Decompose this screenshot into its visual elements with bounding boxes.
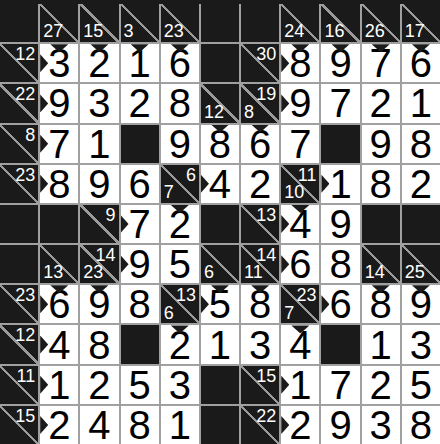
value-cell[interactable]: 8	[402, 406, 440, 444]
across-clue-label: 15	[256, 367, 276, 386]
clue-cell: 23	[161, 4, 199, 42]
value-cell[interactable]: 6	[321, 285, 359, 323]
down-clue-label: 26	[365, 22, 385, 41]
right-arrow-icon	[121, 215, 129, 233]
cell-digit: 1	[209, 326, 231, 364]
cell-digit: 5	[129, 366, 151, 404]
cell-digit: 3	[169, 366, 191, 404]
down-clue-label: 6	[164, 304, 174, 323]
value-cell[interactable]: 9	[402, 285, 440, 323]
cell-digit: 8	[410, 406, 432, 444]
clue-cell: 23	[0, 165, 38, 203]
value-cell[interactable]: 8	[161, 84, 199, 122]
value-cell[interactable]: 4	[80, 406, 118, 444]
value-cell[interactable]: 9	[121, 245, 159, 283]
value-cell[interactable]: 6	[161, 44, 199, 82]
cell-digit: 3	[410, 326, 432, 364]
black-cell	[201, 366, 239, 404]
right-arrow-icon	[40, 416, 48, 434]
cell-digit: 4	[48, 326, 70, 364]
clue-cell: 1411	[241, 245, 279, 283]
clue-cell: 1423	[80, 245, 118, 283]
cell-digit: 2	[88, 366, 110, 404]
cell-digit: 3	[249, 326, 271, 364]
cell-digit: 7	[48, 125, 70, 163]
right-arrow-icon	[40, 336, 48, 354]
right-arrow-icon	[281, 54, 289, 72]
value-cell[interactable]: 2	[362, 366, 400, 404]
cell-digit: 2	[370, 84, 392, 122]
cell-digit: 2	[370, 366, 392, 404]
cell-digit: 8	[129, 285, 151, 323]
value-cell[interactable]: 9	[80, 285, 118, 323]
black-cell	[0, 4, 38, 42]
down-clue-label: 7	[164, 183, 174, 202]
value-cell[interactable]: 9	[321, 205, 359, 243]
value-cell[interactable]: 2	[80, 44, 118, 82]
right-arrow-icon	[281, 94, 289, 112]
across-clue-label: 13	[256, 206, 276, 225]
down-clue-label: 11	[244, 263, 263, 282]
kakuro-puzzle: 2715323241626171232163089762293281219897…	[0, 0, 440, 444]
cell-digit: 8	[410, 125, 432, 163]
value-cell[interactable]: 2	[121, 84, 159, 122]
cell-digit: 6	[289, 245, 311, 283]
value-cell[interactable]: 1	[121, 44, 159, 82]
value-cell[interactable]: 3	[402, 325, 440, 363]
value-cell[interactable]: 2	[362, 84, 400, 122]
across-clue-label: 12	[15, 326, 35, 345]
across-clue-label: 23	[15, 286, 35, 305]
down-clue-label: 6	[204, 263, 214, 282]
clue-cell: 22	[241, 406, 279, 444]
black-cell	[121, 125, 159, 163]
value-cell[interactable]: 8	[321, 245, 359, 283]
black-cell	[121, 325, 159, 363]
black-cell	[0, 205, 38, 243]
value-cell[interactable]: 1	[402, 84, 440, 122]
cell-digit: 1	[410, 84, 432, 122]
black-cell	[321, 325, 359, 363]
down-clue-label: 23	[83, 263, 103, 282]
value-cell[interactable]: 1	[281, 366, 319, 404]
value-cell[interactable]: 5	[201, 285, 239, 323]
right-arrow-icon	[40, 94, 48, 112]
value-cell[interactable]: 4	[281, 205, 319, 243]
clue-cell: 13	[241, 205, 279, 243]
cell-digit: 9	[329, 406, 351, 444]
clue-cell: 15	[0, 406, 38, 444]
right-arrow-icon	[40, 376, 48, 394]
across-clue-label: 23	[296, 286, 316, 305]
black-cell	[40, 205, 78, 243]
cell-digit: 6	[329, 285, 351, 323]
down-clue-label: 12	[204, 103, 224, 122]
value-cell[interactable]: 8	[241, 285, 279, 323]
clue-cell: 23	[0, 285, 38, 323]
value-cell[interactable]: 7	[321, 84, 359, 122]
cell-digit: 9	[289, 84, 311, 122]
black-cell	[321, 125, 359, 163]
value-cell[interactable]: 1	[201, 325, 239, 363]
across-clue-label: 23	[15, 166, 35, 185]
clue-cell: 25	[402, 245, 440, 283]
value-cell[interactable]: 6	[121, 165, 159, 203]
value-cell[interactable]: 3	[241, 325, 279, 363]
cell-digit: 4	[209, 165, 231, 203]
cell-digit: 8	[129, 406, 151, 444]
cell-digit: 5	[410, 366, 432, 404]
across-clue-label: 22	[256, 407, 276, 426]
value-cell[interactable]: 1	[161, 406, 199, 444]
value-cell[interactable]: 6	[40, 285, 78, 323]
clue-cell: 11	[0, 366, 38, 404]
cell-digit: 8	[370, 165, 392, 203]
value-cell[interactable]: 8	[281, 44, 319, 82]
cell-digit: 9	[129, 245, 151, 283]
black-cell	[362, 205, 400, 243]
value-cell[interactable]: 8	[121, 406, 159, 444]
clue-cell: 16	[321, 4, 359, 42]
cell-digit: 4	[88, 406, 110, 444]
black-cell	[201, 406, 239, 444]
down-clue-label: 7	[284, 304, 294, 323]
value-cell[interactable]: 3	[161, 366, 199, 404]
clue-cell: 12	[0, 44, 38, 82]
cell-digit: 9	[48, 84, 70, 122]
clue-cell: 8	[0, 125, 38, 163]
cell-digit: 2	[48, 406, 70, 444]
clue-cell: 6	[201, 245, 239, 283]
cell-digit: 8	[48, 165, 70, 203]
right-arrow-icon	[201, 295, 209, 313]
right-arrow-icon	[281, 255, 289, 273]
down-clue-label: 3	[124, 22, 134, 41]
value-cell[interactable]: 9	[80, 165, 118, 203]
value-cell[interactable]: 3	[362, 406, 400, 444]
down-clue-label: 17	[405, 22, 425, 41]
across-clue-label: 6	[186, 166, 196, 185]
value-cell[interactable]: 2	[40, 406, 78, 444]
value-cell[interactable]: 9	[362, 125, 400, 163]
black-cell	[241, 4, 279, 42]
cell-digit: 1	[48, 366, 70, 404]
across-clue-label: 13	[176, 286, 196, 305]
cell-digit: 8	[329, 245, 351, 283]
value-cell[interactable]: 8	[201, 125, 239, 163]
value-cell[interactable]: 5	[402, 366, 440, 404]
cell-digit: 6	[129, 165, 151, 203]
clue-cell: 67	[161, 165, 199, 203]
across-clue-label: 19	[256, 85, 276, 104]
value-cell[interactable]: 7	[40, 125, 78, 163]
right-arrow-icon	[40, 135, 48, 153]
black-cell	[201, 205, 239, 243]
right-arrow-icon	[321, 175, 329, 193]
cell-digit: 3	[370, 406, 392, 444]
down-clue-label: 24	[284, 22, 304, 41]
cell-digit: 5	[169, 245, 191, 283]
value-cell[interactable]: 3	[40, 44, 78, 82]
cell-digit: 9	[88, 165, 110, 203]
clue-cell: 198	[241, 84, 279, 122]
cell-digit: 1	[289, 366, 311, 404]
cell-digit: 9	[370, 125, 392, 163]
black-cell	[201, 44, 239, 82]
clue-cell: 237	[281, 285, 319, 323]
value-cell[interactable]: 7	[321, 366, 359, 404]
value-cell[interactable]: 2	[402, 165, 440, 203]
clue-cell: 14	[362, 245, 400, 283]
right-arrow-icon	[121, 255, 129, 273]
across-clue-label: 12	[15, 45, 35, 64]
value-cell[interactable]: 2	[161, 325, 199, 363]
cell-digit: 1	[88, 125, 110, 163]
clue-cell: 13	[40, 245, 78, 283]
value-cell[interactable]: 1	[362, 325, 400, 363]
down-clue-label: 16	[324, 22, 344, 41]
across-clue-label: 9	[106, 206, 116, 225]
value-cell[interactable]: 2	[80, 366, 118, 404]
value-cell[interactable]: 6	[402, 44, 440, 82]
cell-digit: 8	[88, 326, 110, 364]
clue-cell: 27	[40, 4, 78, 42]
clue-cell: 136	[161, 285, 199, 323]
cell-digit: 2	[289, 406, 311, 444]
cell-digit: 7	[289, 125, 311, 163]
value-cell[interactable]: 2	[281, 406, 319, 444]
value-cell[interactable]: 4	[281, 325, 319, 363]
right-arrow-icon	[321, 295, 329, 313]
across-clue-label: 11	[16, 367, 35, 386]
value-cell[interactable]: 6	[281, 245, 319, 283]
cell-digit: 8	[169, 84, 191, 122]
clue-cell: 22	[0, 84, 38, 122]
black-cell	[402, 205, 440, 243]
clue-cell: 17	[402, 4, 440, 42]
cell-digit: 1	[329, 165, 351, 203]
cell-digit: 1	[370, 326, 392, 364]
clue-cell: 30	[241, 44, 279, 82]
right-arrow-icon	[40, 54, 48, 72]
down-clue-label: 13	[43, 263, 63, 282]
cell-digit: 2	[249, 165, 271, 203]
clue-cell: 15	[80, 4, 118, 42]
cell-digit: 7	[129, 205, 151, 243]
value-cell[interactable]: 2	[161, 205, 199, 243]
value-cell[interactable]: 8	[40, 165, 78, 203]
kakuro-board: 2715323241626171232163089762293281219897…	[0, 4, 440, 444]
clue-cell: 12	[0, 325, 38, 363]
right-arrow-icon	[281, 215, 289, 233]
right-arrow-icon	[40, 175, 48, 193]
right-arrow-icon	[281, 376, 289, 394]
value-cell[interactable]: 8	[402, 125, 440, 163]
right-arrow-icon	[281, 416, 289, 434]
cell-digit: 2	[129, 84, 151, 122]
value-cell[interactable]: 8	[362, 285, 400, 323]
right-arrow-icon	[201, 175, 209, 193]
value-cell[interactable]: 7	[121, 205, 159, 243]
down-clue-label: 23	[164, 22, 184, 41]
value-cell[interactable]: 7	[362, 44, 400, 82]
value-cell[interactable]: 9	[161, 125, 199, 163]
value-cell[interactable]: 8	[121, 285, 159, 323]
value-cell[interactable]: 1	[40, 366, 78, 404]
cell-digit: 9	[169, 125, 191, 163]
down-clue-label: 25	[405, 263, 425, 282]
cell-digit: 7	[329, 366, 351, 404]
clue-cell: 9	[80, 205, 118, 243]
down-clue-label: 27	[43, 22, 63, 41]
value-cell[interactable]: 2	[241, 165, 279, 203]
value-cell[interactable]: 9	[281, 84, 319, 122]
clue-cell: 3	[121, 4, 159, 42]
value-cell[interactable]: 1	[321, 165, 359, 203]
value-cell[interactable]: 4	[201, 165, 239, 203]
down-clue-label: 8	[244, 103, 254, 122]
value-cell[interactable]: 6	[241, 125, 279, 163]
down-clue-label: 10	[284, 183, 304, 202]
value-cell[interactable]: 1	[80, 125, 118, 163]
down-clue-label: 15	[83, 22, 103, 41]
black-cell	[0, 245, 38, 283]
value-cell[interactable]: 7	[281, 125, 319, 163]
cell-digit: 3	[88, 84, 110, 122]
across-clue-label: 22	[15, 85, 35, 104]
cell-digit: 7	[329, 84, 351, 122]
clue-cell: 1110	[281, 165, 319, 203]
cell-digit: 1	[169, 406, 191, 444]
across-clue-label: 30	[256, 45, 276, 64]
down-clue-label: 14	[365, 263, 385, 282]
value-cell[interactable]: 5	[161, 245, 199, 283]
across-clue-label: 15	[15, 407, 35, 426]
value-cell[interactable]: 3	[80, 84, 118, 122]
value-cell[interactable]: 4	[40, 325, 78, 363]
clue-cell: 24	[281, 4, 319, 42]
value-cell[interactable]: 8	[80, 325, 118, 363]
cell-digit: 2	[410, 165, 432, 203]
cell-digit: 9	[329, 205, 351, 243]
clue-cell: 15	[241, 366, 279, 404]
black-cell	[201, 4, 239, 42]
value-cell[interactable]: 9	[321, 44, 359, 82]
value-cell[interactable]: 5	[121, 366, 159, 404]
across-clue-label: 8	[25, 126, 35, 145]
value-cell[interactable]: 9	[40, 84, 78, 122]
right-arrow-icon	[40, 295, 48, 313]
clue-cell: 26	[362, 4, 400, 42]
clue-cell: 12	[201, 84, 239, 122]
value-cell[interactable]: 9	[321, 406, 359, 444]
value-cell[interactable]: 8	[362, 165, 400, 203]
